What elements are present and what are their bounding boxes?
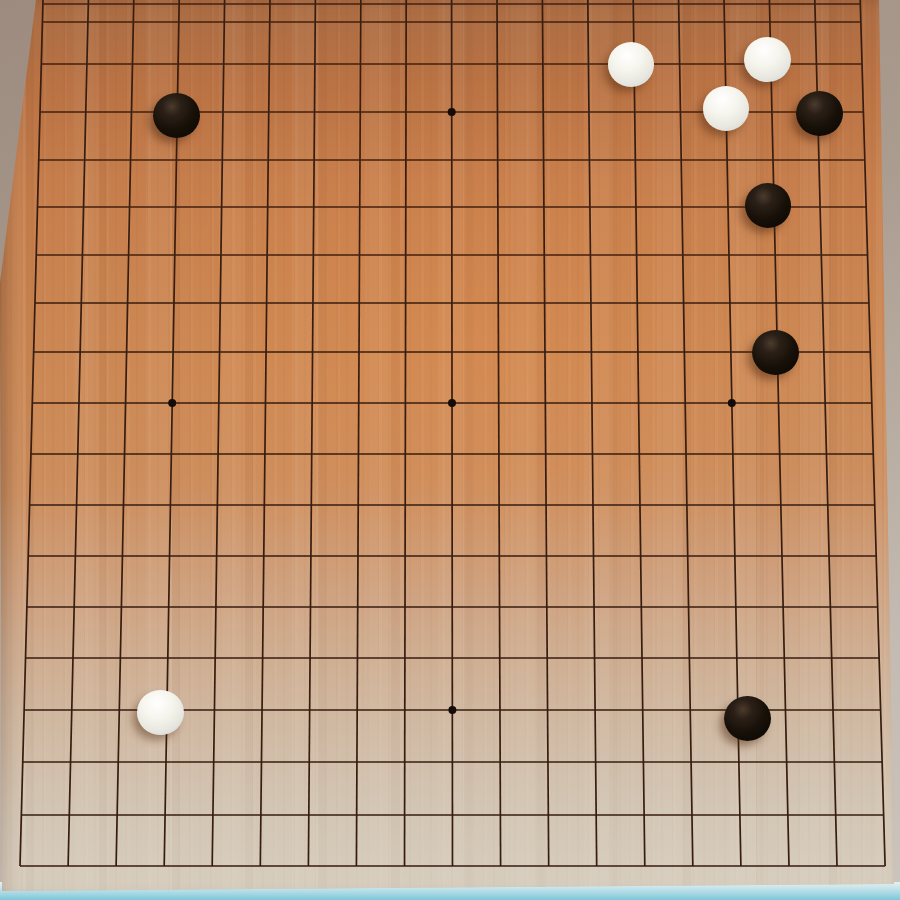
point-q4 [711,684,758,736]
stone-white-q16 [703,86,750,131]
goban-photo [0,0,900,900]
point-o17 [617,43,664,88]
stone-black-d16 [153,93,200,138]
point-r14 [757,184,804,232]
stone-black-q4 [724,696,771,741]
go-board [0,0,900,900]
stone-white-o17 [608,42,655,87]
point-d16 [149,88,196,136]
stone-black-s16 [796,91,843,136]
point-r17 [757,43,804,88]
point-s16 [804,88,851,136]
point-r11 [757,328,804,378]
stone-black-r11 [752,330,799,375]
stone-white-d4 [137,690,184,735]
goban-grid [9,0,898,892]
point-d4 [149,684,196,736]
stone-black-r14 [745,183,792,228]
point-q16 [711,88,758,136]
stone-white-r17 [744,37,791,82]
